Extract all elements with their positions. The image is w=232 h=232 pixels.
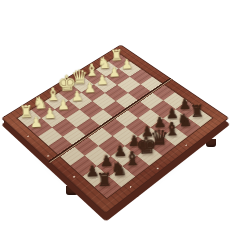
chess-board: ♜♟♟♜♞♟♟♞♝♟♟♝♛♟♟♛♚♟♟♚♝♟♟♝♞♟♟♞♜♟♟♜ [1,45,229,214]
chess-set-photo: ♜♟♟♜♞♟♟♞♝♟♟♝♛♟♟♛♚♟♟♚♝♟♟♝♞♟♟♞♜♟♟♜ [0,0,232,232]
perspective-stage: ♜♟♟♜♞♟♟♞♝♟♟♝♛♟♟♛♚♟♟♚♝♟♟♝♞♟♟♞♜♟♟♜ [0,0,232,232]
playfield: ♜♟♟♜♞♟♟♞♝♟♟♝♛♟♟♛♚♟♟♚♝♟♟♝♞♟♟♞♜♟♟♜ [16,54,213,200]
